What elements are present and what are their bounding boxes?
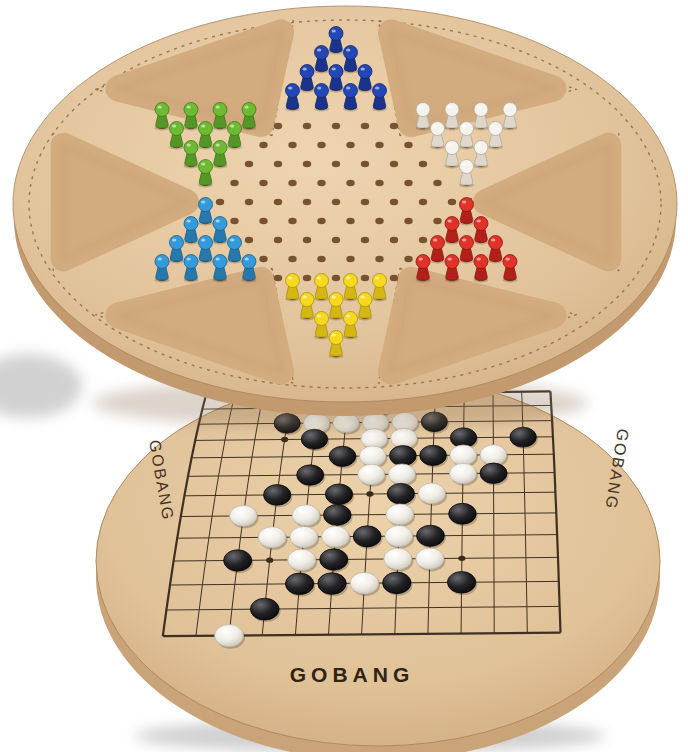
- board-hole[interactable]: [288, 218, 296, 224]
- peg-highlight: [346, 87, 350, 90]
- board-hole[interactable]: [433, 218, 441, 224]
- stone-black[interactable]: [285, 573, 313, 595]
- peg-head: [242, 103, 256, 117]
- peg-head: [199, 160, 213, 174]
- peg-head: [344, 312, 358, 326]
- stone-black[interactable]: [510, 427, 536, 447]
- board-hole[interactable]: [274, 199, 282, 205]
- peg-highlight: [303, 68, 307, 71]
- peg-highlight: [361, 296, 365, 299]
- peg-highlight: [332, 296, 336, 299]
- peg-highlight: [317, 49, 321, 52]
- peg-head: [445, 141, 459, 155]
- peg-head: [474, 141, 488, 155]
- gobang-label-bottom: GOBANG: [290, 663, 415, 686]
- peg-highlight: [491, 239, 495, 242]
- board-hole[interactable]: [390, 237, 398, 243]
- peg-head: [184, 141, 198, 155]
- peg-head: [315, 84, 329, 98]
- peg-highlight: [448, 144, 452, 147]
- board-hole[interactable]: [404, 142, 412, 148]
- stone-black[interactable]: [323, 505, 351, 526]
- board-hole[interactable]: [259, 142, 267, 148]
- board-hole[interactable]: [303, 275, 311, 281]
- board-hole[interactable]: [419, 237, 427, 243]
- peg-head: [474, 103, 488, 117]
- peg-head: [300, 65, 314, 79]
- peg-head: [315, 312, 329, 326]
- peg-head: [155, 103, 169, 117]
- board-hole[interactable]: [419, 161, 427, 167]
- peg-highlight: [332, 30, 336, 33]
- star-point: [458, 556, 465, 561]
- peg-highlight: [448, 258, 452, 261]
- board-hole[interactable]: [332, 237, 340, 243]
- peg-highlight: [462, 201, 466, 204]
- peg-highlight: [477, 258, 481, 261]
- board-hole[interactable]: [274, 161, 282, 167]
- board-hole[interactable]: [216, 199, 224, 205]
- peg-highlight: [462, 125, 466, 128]
- stone-white[interactable]: [350, 572, 378, 594]
- peg-highlight: [216, 258, 220, 261]
- peg-head: [184, 255, 198, 269]
- stone-white[interactable]: [388, 464, 415, 484]
- peg-head: [300, 293, 314, 307]
- board-hole[interactable]: [375, 256, 383, 262]
- peg-highlight: [332, 334, 336, 337]
- stone-white[interactable]: [386, 504, 414, 525]
- board-hole[interactable]: [288, 256, 296, 262]
- peg-head: [445, 255, 459, 269]
- board-hole[interactable]: [332, 275, 340, 281]
- board-hole[interactable]: [230, 218, 238, 224]
- peg-highlight: [317, 87, 321, 90]
- peg-head: [286, 274, 300, 288]
- peg-head: [184, 103, 198, 117]
- peg-head: [474, 255, 488, 269]
- peg-highlight: [506, 258, 510, 261]
- stone-black[interactable]: [297, 465, 324, 485]
- peg-highlight: [172, 125, 176, 128]
- board-hole[interactable]: [245, 199, 253, 205]
- board-hole[interactable]: [433, 180, 441, 186]
- peg-head: [344, 84, 358, 98]
- peg-highlight: [317, 315, 321, 318]
- stone-white[interactable]: [359, 446, 386, 466]
- stone-black[interactable]: [447, 572, 475, 594]
- board-hole[interactable]: [361, 161, 369, 167]
- stone-white[interactable]: [449, 463, 476, 483]
- peg-highlight: [303, 296, 307, 299]
- peg-highlight: [158, 258, 162, 261]
- peg-head: [358, 293, 372, 307]
- board-hole[interactable]: [230, 180, 238, 186]
- peg-highlight: [375, 277, 379, 280]
- peg-highlight: [201, 239, 205, 242]
- peg-head: [228, 122, 242, 136]
- peg-head: [344, 46, 358, 60]
- board-hole[interactable]: [332, 123, 340, 129]
- peg-highlight: [491, 125, 495, 128]
- peg-highlight: [216, 220, 220, 223]
- peg-head: [199, 122, 213, 136]
- peg-head: [503, 103, 517, 117]
- board-hole[interactable]: [274, 275, 282, 281]
- board-hole[interactable]: [361, 199, 369, 205]
- star-point: [281, 437, 288, 442]
- peg-highlight: [477, 106, 481, 109]
- board-hole[interactable]: [317, 256, 325, 262]
- peg-head: [460, 160, 474, 174]
- board-hole[interactable]: [317, 180, 325, 186]
- peg-highlight: [187, 258, 191, 261]
- stone-black[interactable]: [390, 446, 417, 466]
- stone-black[interactable]: [449, 503, 477, 524]
- peg-highlight: [448, 220, 452, 223]
- stone-white[interactable]: [416, 548, 444, 569]
- peg-head: [170, 122, 184, 136]
- peg-head: [489, 236, 503, 250]
- peg-highlight: [477, 220, 481, 223]
- peg-head: [329, 331, 343, 345]
- peg-head: [315, 46, 329, 60]
- peg-head: [199, 236, 213, 250]
- side-shadow: [0, 354, 82, 418]
- star-point: [266, 557, 273, 562]
- stone-black[interactable]: [264, 485, 291, 506]
- peg-head: [213, 255, 227, 269]
- board-hole[interactable]: [404, 218, 412, 224]
- stone-black[interactable]: [480, 463, 507, 483]
- peg-head: [329, 65, 343, 79]
- game-set-illustration: GOBANG GOBANG GOBANG: [0, 0, 688, 752]
- board-hole[interactable]: [259, 180, 267, 186]
- peg-head: [242, 255, 256, 269]
- board-hole[interactable]: [361, 123, 369, 129]
- peg-highlight: [433, 125, 437, 128]
- board-hole[interactable]: [390, 275, 398, 281]
- product-photo: GOBANG GOBANG GOBANG: [0, 0, 688, 752]
- stone-black[interactable]: [417, 525, 445, 546]
- peg-highlight: [346, 49, 350, 52]
- board-hole[interactable]: [346, 218, 354, 224]
- peg-highlight: [201, 201, 205, 204]
- peg-highlight: [216, 106, 220, 109]
- board-hole[interactable]: [404, 256, 412, 262]
- board-hole[interactable]: [317, 142, 325, 148]
- peg-head: [213, 141, 227, 155]
- peg-highlight: [245, 106, 249, 109]
- peg-head: [489, 122, 503, 136]
- stone-white[interactable]: [215, 625, 244, 647]
- board-hole[interactable]: [332, 199, 340, 205]
- board-hole[interactable]: [317, 218, 325, 224]
- peg-head: [460, 198, 474, 212]
- board-hole[interactable]: [375, 218, 383, 224]
- peg-highlight: [201, 163, 205, 166]
- peg-highlight: [201, 125, 205, 128]
- peg-highlight: [288, 277, 292, 280]
- stone-black[interactable]: [353, 526, 381, 547]
- board-hole[interactable]: [303, 199, 311, 205]
- chinese-checkers-board: [13, 6, 677, 416]
- stone-black[interactable]: [318, 573, 346, 595]
- stone-white[interactable]: [290, 526, 318, 547]
- peg-highlight: [462, 239, 466, 242]
- peg-highlight: [230, 239, 234, 242]
- gobang-board: GOBANG GOBANG GOBANG: [96, 376, 660, 752]
- peg-highlight: [158, 106, 162, 109]
- peg-highlight: [230, 125, 234, 128]
- peg-highlight: [187, 106, 191, 109]
- board-hole[interactable]: [375, 180, 383, 186]
- peg-highlight: [172, 239, 176, 242]
- stone-white[interactable]: [258, 527, 286, 548]
- peg-head: [503, 255, 517, 269]
- peg-highlight: [187, 220, 191, 223]
- peg-head: [373, 274, 387, 288]
- peg-head: [199, 198, 213, 212]
- peg-highlight: [245, 258, 249, 261]
- stone-black[interactable]: [325, 484, 352, 505]
- peg-head: [445, 217, 459, 231]
- peg-highlight: [288, 87, 292, 90]
- peg-highlight: [462, 163, 466, 166]
- stone-black[interactable]: [320, 549, 348, 570]
- stone-black[interactable]: [301, 429, 327, 449]
- stone-white[interactable]: [288, 549, 316, 570]
- peg-head: [213, 217, 227, 231]
- peg-highlight: [477, 144, 481, 147]
- stone-black[interactable]: [420, 445, 447, 465]
- peg-head: [213, 103, 227, 117]
- peg-head: [155, 255, 169, 269]
- peg-head: [431, 236, 445, 250]
- stone-white[interactable]: [384, 548, 412, 569]
- peg-head: [474, 217, 488, 231]
- board-hole[interactable]: [303, 161, 311, 167]
- peg-highlight: [317, 277, 321, 280]
- peg-head: [315, 274, 329, 288]
- peg-highlight: [375, 87, 379, 90]
- board-hole[interactable]: [361, 275, 369, 281]
- peg-head: [416, 103, 430, 117]
- board-hole[interactable]: [346, 180, 354, 186]
- peg-head: [373, 84, 387, 98]
- stone-black[interactable]: [329, 446, 356, 466]
- board-hole[interactable]: [274, 237, 282, 243]
- peg-highlight: [419, 106, 423, 109]
- board-hole[interactable]: [303, 123, 311, 129]
- peg-head: [416, 255, 430, 269]
- peg-highlight: [419, 258, 423, 261]
- peg-highlight: [332, 68, 336, 71]
- peg-highlight: [448, 106, 452, 109]
- board-hole[interactable]: [390, 161, 398, 167]
- board-hole[interactable]: [448, 199, 456, 205]
- peg-head: [329, 27, 343, 41]
- stone-white[interactable]: [322, 526, 350, 547]
- peg-head: [184, 217, 198, 231]
- stone-white[interactable]: [230, 505, 258, 526]
- peg-head: [329, 293, 343, 307]
- peg-head: [228, 236, 242, 250]
- board-hole[interactable]: [404, 180, 412, 186]
- stone-white[interactable]: [292, 505, 320, 526]
- board-hole[interactable]: [332, 161, 340, 167]
- stone-white[interactable]: [418, 483, 445, 504]
- board-hole[interactable]: [419, 199, 427, 205]
- stone-white[interactable]: [480, 445, 507, 465]
- stone-black[interactable]: [387, 483, 414, 504]
- peg-highlight: [346, 315, 350, 318]
- peg-head: [445, 103, 459, 117]
- board-hole[interactable]: [390, 123, 398, 129]
- peg-highlight: [346, 277, 350, 280]
- board-hole[interactable]: [375, 142, 383, 148]
- board-hole[interactable]: [288, 142, 296, 148]
- board-hole[interactable]: [346, 142, 354, 148]
- stone-black[interactable]: [383, 572, 411, 594]
- board-hole[interactable]: [303, 237, 311, 243]
- peg-highlight: [187, 144, 191, 147]
- peg-highlight: [361, 68, 365, 71]
- peg-head: [286, 84, 300, 98]
- stone-white[interactable]: [450, 445, 477, 465]
- peg-head: [358, 65, 372, 79]
- peg-head: [460, 236, 474, 250]
- peg-head: [170, 236, 184, 250]
- board-hole[interactable]: [259, 256, 267, 262]
- board-hole[interactable]: [245, 237, 253, 243]
- star-point: [366, 491, 373, 496]
- peg-head: [344, 274, 358, 288]
- stone-white[interactable]: [385, 526, 413, 547]
- stone-black[interactable]: [224, 550, 252, 571]
- peg-highlight: [506, 106, 510, 109]
- peg-highlight: [433, 239, 437, 242]
- board-hole[interactable]: [245, 161, 253, 167]
- board-hole[interactable]: [390, 199, 398, 205]
- peg-head: [431, 122, 445, 136]
- stone-white[interactable]: [358, 464, 385, 484]
- peg-head: [460, 122, 474, 136]
- board-hole[interactable]: [288, 180, 296, 186]
- stone-black[interactable]: [250, 598, 279, 620]
- board-hole[interactable]: [259, 218, 267, 224]
- board-hole[interactable]: [361, 237, 369, 243]
- board-hole[interactable]: [274, 123, 282, 129]
- peg-highlight: [216, 144, 220, 147]
- board-hole[interactable]: [346, 256, 354, 262]
